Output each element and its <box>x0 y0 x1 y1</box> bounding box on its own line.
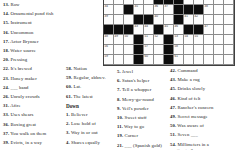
cell-number: 39 <box>105 15 108 18</box>
clue-item: 33. Uses shears <box>3 112 61 119</box>
black-cell <box>174 15 184 25</box>
clue-item: 50. Was aware of <box>170 123 233 130</box>
white-cell: 56 <box>104 45 114 55</box>
black-cell <box>104 25 114 35</box>
clue-item: 49. Secret message <box>170 114 233 121</box>
clue-item: 47. Rancher's concern <box>170 105 233 112</box>
white-cell <box>204 35 214 45</box>
white-cell <box>214 15 224 25</box>
cell-number: 48 <box>105 35 108 38</box>
clue-item: 45. Drinks slowly <box>170 86 233 93</box>
clue-item: 59. Regular, abbrev. <box>66 75 110 82</box>
white-cell <box>204 45 214 55</box>
clue-item: 8. Merry-go-round <box>117 97 166 104</box>
cell-number: 37 <box>165 5 168 8</box>
cell-number: 38 <box>205 5 208 8</box>
white-cell: 51 <box>144 35 154 45</box>
clue-item: 13. Row <box>3 2 61 9</box>
clue-item: 15. Instrument <box>3 20 61 27</box>
white-cell: 46 <box>174 25 184 35</box>
white-cell <box>164 15 174 25</box>
white-cell <box>224 35 234 45</box>
white-cell <box>204 55 214 65</box>
white-cell <box>114 15 124 25</box>
clue-item: 19. Corner <box>117 133 166 140</box>
down-clues-middle-column: 5. Jewel6. Satan's helper7. Tell a whopp… <box>117 69 166 150</box>
white-cell: 54 <box>184 35 194 45</box>
black-cell <box>124 5 134 15</box>
white-cell: 47 <box>204 25 214 35</box>
white-cell: 52 <box>154 35 164 45</box>
white-cell <box>214 55 224 65</box>
white-cell <box>124 55 134 65</box>
clue-item: 1. Believer <box>66 112 110 119</box>
clue-item: 3. Way in or out <box>66 130 110 137</box>
crossword-grid: 3435363738394041424344454647484950515253… <box>103 0 235 66</box>
clue-item: 21. ___ (Spanish gold) <box>117 143 166 150</box>
white-cell <box>184 55 194 65</box>
cell-number: 58 <box>175 45 178 48</box>
black-cell <box>184 5 194 15</box>
cell-number: 49 <box>115 35 118 38</box>
cell-number: 55 <box>195 35 198 38</box>
white-cell: 37 <box>164 5 174 15</box>
white-cell: 50 <box>124 35 134 45</box>
cell-number: 41 <box>185 15 188 18</box>
cell-number: 57 <box>145 45 148 48</box>
clue-item: 61. The latest <box>66 94 110 101</box>
white-cell <box>224 55 234 65</box>
clue-item: 2. Lose hold of <box>66 121 110 128</box>
clue-item: 23. Honey maker <box>3 76 61 83</box>
cell-number: 43 <box>135 25 138 28</box>
white-cell <box>224 5 234 15</box>
white-cell <box>204 15 214 25</box>
white-cell <box>184 45 194 55</box>
black-cell <box>134 55 144 65</box>
white-cell <box>224 45 234 55</box>
white-cell <box>154 45 164 55</box>
white-cell <box>224 25 234 35</box>
cell-number: 54 <box>185 35 188 38</box>
white-cell: 48 <box>104 35 114 45</box>
cell-number: 45 <box>165 25 168 28</box>
white-cell: 41 <box>184 15 194 25</box>
white-cell <box>124 15 134 25</box>
crossword-grid-cells: 3435363738394041424344454647484950515253… <box>104 0 234 65</box>
clue-item: 41. "And ___?" (really) <box>3 149 61 150</box>
clue-item: 5. Jewel <box>117 69 166 76</box>
white-cell: 45 <box>164 25 174 35</box>
down-clues-first-list: 1. Believer2. Lose hold of3. Way in or o… <box>66 112 110 146</box>
white-cell: 53 <box>174 35 184 45</box>
white-cell <box>124 45 134 55</box>
cell-number: 53 <box>175 35 178 38</box>
clue-item: 58. Notion <box>66 66 110 73</box>
clue-item: 14. Ornamental pond fish <box>3 11 61 18</box>
white-cell <box>214 25 224 35</box>
white-cell: 42 <box>194 15 204 25</box>
white-cell <box>114 55 124 65</box>
white-cell: 34 <box>104 5 114 15</box>
clue-item: 51. Seven ___ <box>170 132 233 139</box>
clue-item: 4. Shares equally <box>66 140 110 147</box>
black-cell <box>114 25 124 35</box>
clue-item: 20. Pressing <box>3 57 61 64</box>
cell-number: 44 <box>145 25 148 28</box>
white-cell <box>114 5 124 15</box>
cell-number: 59 <box>105 55 108 58</box>
white-cell: 43 <box>134 25 144 35</box>
clue-item: 16. Uncommon <box>3 30 61 37</box>
white-cell: 55 <box>194 35 204 45</box>
white-cell <box>154 55 164 65</box>
clue-item: 17. Actor Brynner <box>3 39 61 46</box>
black-cell <box>174 5 184 15</box>
across-tail-and-down-clues-column: 58. Notion59. Regular, abbrev.60. Lat.61… <box>66 66 110 149</box>
clue-item: 18. Water source <box>3 48 61 55</box>
black-cell <box>184 25 194 35</box>
white-cell <box>194 45 204 55</box>
white-cell: 61 <box>174 55 184 65</box>
cell-number: 40 <box>155 15 158 18</box>
across-tail-list: 58. Notion59. Regular, abbrev.60. Lat.61… <box>66 66 110 100</box>
black-cell <box>194 25 204 35</box>
black-cell <box>134 35 144 45</box>
white-cell <box>214 5 224 15</box>
clue-item: 11. Way to go <box>117 124 166 131</box>
clue-item: 60. Lat. <box>66 84 110 91</box>
white-cell: 57 <box>144 45 154 55</box>
across-clues-left-column: 13. Row14. Ornamental pond fish15. Instr… <box>3 2 61 150</box>
cell-number: 46 <box>175 25 178 28</box>
clue-item: 42. Command <box>170 68 233 75</box>
white-cell: 59 <box>104 55 114 65</box>
cell-number: 52 <box>155 35 158 38</box>
cell-number: 51 <box>145 35 148 38</box>
white-cell: 40 <box>154 15 164 25</box>
clue-item: 26. Unruly crowds <box>3 94 61 101</box>
white-cell: 49 <box>114 35 124 45</box>
black-cell <box>124 25 134 35</box>
white-cell <box>214 35 224 45</box>
clue-item: 46. Kind of felt <box>170 96 233 103</box>
clue-item: 22. It's brewed <box>3 66 61 73</box>
cell-number: 50 <box>125 35 128 38</box>
clue-item: 39. Evicts, in a way <box>3 140 61 147</box>
black-cell <box>144 15 154 25</box>
clue-item: 9. Veil's powder <box>117 106 166 113</box>
clue-item: 24. ___ band <box>3 85 61 92</box>
clue-item: 31. Afire <box>3 103 61 110</box>
white-cell <box>224 15 234 25</box>
down-section-header: Down <box>66 103 110 109</box>
white-cell: 36 <box>154 5 164 15</box>
cell-number: 56 <box>105 45 108 48</box>
clue-item: 7. Tell a whopper <box>117 87 166 94</box>
cell-number: 35 <box>135 5 138 8</box>
black-cell <box>194 5 204 15</box>
white-cell <box>194 55 204 65</box>
black-cell <box>164 55 174 65</box>
cell-number: 36 <box>155 5 158 8</box>
white-cell: 58 <box>174 45 184 55</box>
cell-number: 47 <box>205 25 208 28</box>
clue-item: 54. Millimeters in a centimeter? <box>170 142 233 150</box>
down-clues-right-column: 42. Command43. Make a rug45. Drinks slow… <box>170 68 233 150</box>
cell-number: 34 <box>105 5 108 8</box>
white-cell: 44 <box>144 25 154 35</box>
clue-item: 43. Make a rug <box>170 77 233 84</box>
clue-item: 37. You walk on them <box>3 131 61 138</box>
black-cell <box>164 45 174 55</box>
white-cell: 39 <box>104 15 114 25</box>
white-cell <box>114 45 124 55</box>
cell-number: 61 <box>175 55 178 58</box>
white-cell <box>214 45 224 55</box>
black-cell <box>134 15 144 25</box>
white-cell: 38 <box>204 5 214 15</box>
clue-item: 36. Boxing great <box>3 122 61 129</box>
black-cell <box>134 45 144 55</box>
black-cell <box>154 25 164 35</box>
clue-item: 6. Satan's helper <box>117 78 166 85</box>
cell-number: 60 <box>145 55 148 58</box>
white-cell <box>144 5 154 15</box>
white-cell: 35 <box>134 5 144 15</box>
cell-number: 42 <box>195 15 198 18</box>
white-cell: 60 <box>144 55 154 65</box>
black-cell <box>164 35 174 45</box>
clue-item: 10. Sweet stuff <box>117 115 166 122</box>
